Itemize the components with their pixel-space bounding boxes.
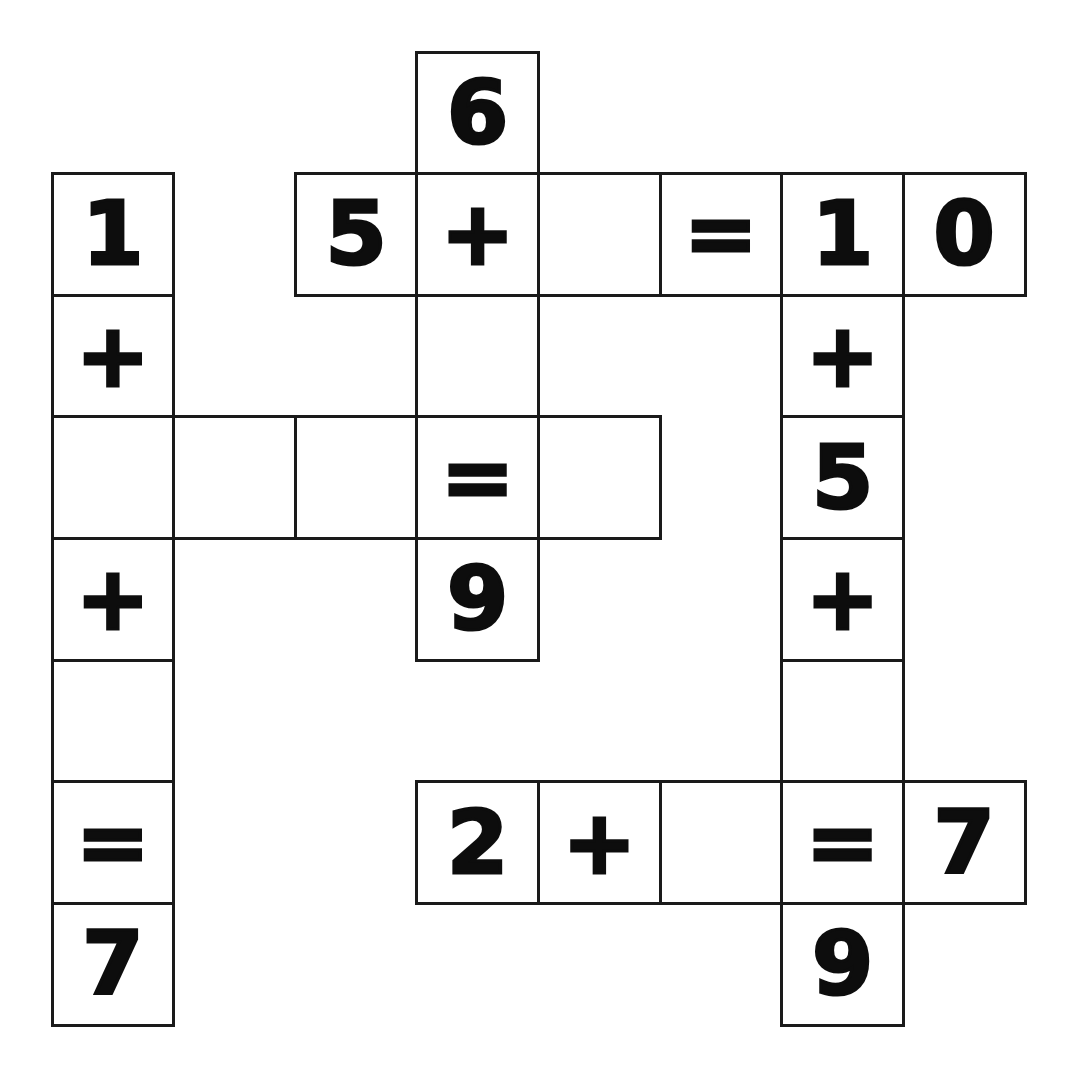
cell-r1c0: 1 <box>51 172 176 297</box>
cell-r2c0: + <box>51 294 176 419</box>
cell-glyph: = <box>441 434 515 522</box>
cell-glyph: = <box>806 799 880 887</box>
cell-glyph: 5 <box>812 434 873 522</box>
cell-r7c0: 7 <box>51 902 176 1027</box>
cell-r3c0[interactable] <box>51 415 176 540</box>
cell-glyph: 7 <box>934 799 995 887</box>
cell-glyph: 9 <box>447 555 508 643</box>
cell-r3c6: 5 <box>780 415 905 540</box>
cell-glyph: + <box>562 799 636 887</box>
cell-glyph: + <box>76 312 150 400</box>
cell-r2c3[interactable] <box>415 294 540 419</box>
cell-glyph: 2 <box>447 799 508 887</box>
cell-r3c2[interactable] <box>294 415 419 540</box>
cell-r3c4[interactable] <box>537 415 662 540</box>
cell-r3c1[interactable] <box>172 415 297 540</box>
cell-r1c6: 1 <box>780 172 905 297</box>
cell-r4c6: + <box>780 537 905 662</box>
cell-glyph: = <box>76 799 150 887</box>
cell-glyph: 5 <box>325 190 386 278</box>
cell-glyph: 6 <box>447 69 508 157</box>
cell-r1c2: 5 <box>294 172 419 297</box>
cell-r0c3: 6 <box>415 51 540 176</box>
cell-r7c6: 9 <box>780 902 905 1027</box>
cell-r5c6[interactable] <box>780 659 905 784</box>
cell-r6c0: = <box>51 780 176 905</box>
cell-r6c6: = <box>780 780 905 905</box>
cell-r3c3: = <box>415 415 540 540</box>
cell-glyph: + <box>806 312 880 400</box>
cell-r4c0: + <box>51 537 176 662</box>
cell-glyph: 7 <box>82 920 143 1008</box>
cell-r6c3: 2 <box>415 780 540 905</box>
cell-glyph: 1 <box>812 190 873 278</box>
cell-r6c5[interactable] <box>659 780 784 905</box>
cell-r1c4[interactable] <box>537 172 662 297</box>
cell-glyph: 9 <box>812 920 873 1008</box>
cell-glyph: 1 <box>82 190 143 278</box>
cell-r5c0[interactable] <box>51 659 176 784</box>
cell-r1c3: + <box>415 172 540 297</box>
cell-glyph: + <box>441 190 515 278</box>
puzzle-page: 615+=10++=5+9+=2+=779 <box>0 0 1080 1080</box>
puzzle-board: 615+=10++=5+9+=2+=779 <box>52 52 1025 1025</box>
cell-r1c5: = <box>659 172 784 297</box>
cell-r6c4: + <box>537 780 662 905</box>
cell-r2c6: + <box>780 294 905 419</box>
cell-glyph: + <box>806 555 880 643</box>
cell-glyph: = <box>684 190 758 278</box>
cell-r6c7: 7 <box>902 780 1027 905</box>
cell-r1c7: 0 <box>902 172 1027 297</box>
cell-glyph: 0 <box>934 190 995 278</box>
cell-r4c3: 9 <box>415 537 540 662</box>
cell-glyph: + <box>76 555 150 643</box>
